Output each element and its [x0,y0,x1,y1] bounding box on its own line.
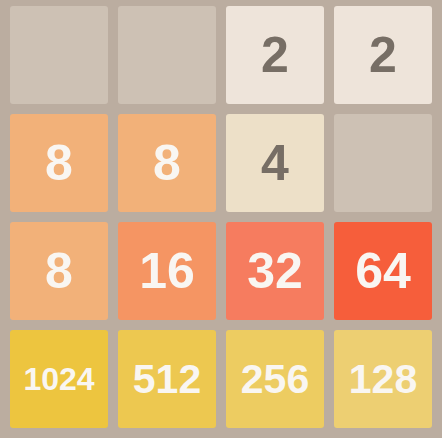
empty-cell [118,6,216,104]
tile-8: 8 [118,114,216,212]
empty-cell [334,114,432,212]
tile-8: 8 [10,114,108,212]
tile-128: 128 [334,330,432,428]
tile-2: 2 [226,6,324,104]
tile-512: 512 [118,330,216,428]
tile-64: 64 [334,222,432,320]
tile-32: 32 [226,222,324,320]
board-2048[interactable]: 2 2 8 8 4 8 16 32 64 1024 512 256 128 [0,0,442,438]
tile-2: 2 [334,6,432,104]
tile-256: 256 [226,330,324,428]
tile-8: 8 [10,222,108,320]
empty-cell [10,6,108,104]
tile-4: 4 [226,114,324,212]
tile-16: 16 [118,222,216,320]
tile-1024: 1024 [10,330,108,428]
